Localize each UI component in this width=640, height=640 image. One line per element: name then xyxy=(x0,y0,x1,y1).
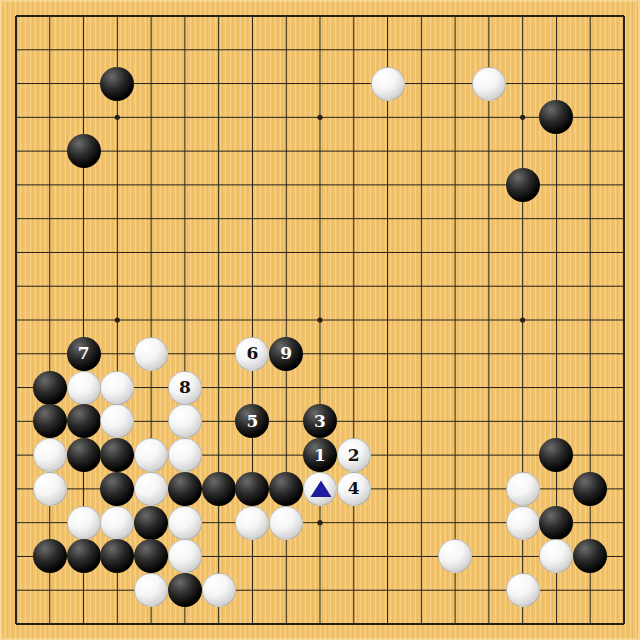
stone-white-c6-r14 xyxy=(168,438,202,472)
stone-white-c4-r12 xyxy=(100,371,134,405)
stone-white-c5-r14 xyxy=(134,438,168,472)
stone-white-c16-r18 xyxy=(506,573,540,607)
stone-white-c6-r13 xyxy=(168,404,202,438)
stone-black-c6-r18 xyxy=(168,573,202,607)
stone-black-c3-r11: 7 xyxy=(67,337,101,371)
stone-black-c9-r11: 9 xyxy=(269,337,303,371)
stone-black-c3-r14 xyxy=(67,438,101,472)
stone-white-c2-r14 xyxy=(33,438,67,472)
stone-black-c3-r5 xyxy=(67,134,101,168)
move-number-label: 4 xyxy=(348,480,360,497)
stone-white-c3-r12 xyxy=(67,371,101,405)
stone-white-c11-r14: 2 xyxy=(337,438,371,472)
stone-black-c6-r15 xyxy=(168,472,202,506)
move-number-label: 7 xyxy=(78,345,90,362)
stone-black-c3-r13 xyxy=(67,404,101,438)
stone-black-c2-r17 xyxy=(33,539,67,573)
stone-black-c2-r13 xyxy=(33,404,67,438)
stone-black-c16-r6 xyxy=(506,168,540,202)
move-number-label: 2 xyxy=(348,447,360,464)
stone-white-c8-r11: 6 xyxy=(235,337,269,371)
stone-white-c4-r16 xyxy=(100,506,134,540)
stone-black-c7-r15 xyxy=(202,472,236,506)
stone-white-c5-r15 xyxy=(134,472,168,506)
move-number-label: 1 xyxy=(314,447,326,464)
stone-black-c2-r12 xyxy=(33,371,67,405)
move-number-label: 8 xyxy=(179,379,191,396)
stone-black-c4-r15 xyxy=(100,472,134,506)
stone-black-c5-r16 xyxy=(134,506,168,540)
stone-white-c16-r15 xyxy=(506,472,540,506)
move-number-label: 5 xyxy=(247,413,259,430)
stone-white-c5-r11 xyxy=(134,337,168,371)
stone-white-c6-r12: 8 xyxy=(168,371,202,405)
stone-black-c3-r17 xyxy=(67,539,101,573)
stone-black-c17-r16 xyxy=(539,506,573,540)
move-number-label: 6 xyxy=(247,345,259,362)
stone-white-c9-r16 xyxy=(269,506,303,540)
stone-white-c16-r16 xyxy=(506,506,540,540)
stone-white-c3-r16 xyxy=(67,506,101,540)
stone-white-c15-r3 xyxy=(472,67,506,101)
stone-white-c11-r15: 4 xyxy=(337,472,371,506)
stone-black-c4-r3 xyxy=(100,67,134,101)
stone-black-c18-r15 xyxy=(573,472,607,506)
stone-white-c7-r18 xyxy=(202,573,236,607)
go-board[interactable]: 769853124 xyxy=(0,0,640,640)
stone-white-c12-r3 xyxy=(371,67,405,101)
stone-white-c8-r16 xyxy=(235,506,269,540)
stone-white-c10-r15 xyxy=(303,472,337,506)
stone-white-c6-r16 xyxy=(168,506,202,540)
stone-black-c10-r14: 1 xyxy=(303,438,337,472)
stone-white-c2-r15 xyxy=(33,472,67,506)
triangle-marker-icon xyxy=(304,473,338,507)
stone-black-c9-r15 xyxy=(269,472,303,506)
move-number-label: 9 xyxy=(280,345,292,362)
move-number-label: 3 xyxy=(314,413,326,430)
